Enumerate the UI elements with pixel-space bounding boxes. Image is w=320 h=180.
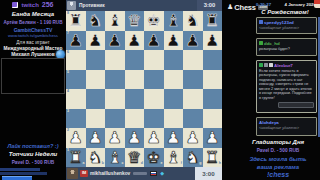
chat-username[interactable]: Alohdeya	[259, 120, 279, 125]
white-knight: ♞	[183, 148, 203, 168]
square-a5[interactable]: 5	[66, 70, 86, 90]
square-b2[interactable]: ♟	[86, 128, 106, 148]
week-tops-title: Топчики Недели	[0, 151, 66, 157]
stream-time-row: 0:30:27 4 January 2020	[256, 2, 316, 7]
black-pawn: ♟	[66, 31, 86, 51]
chat-username[interactable]: Alexbur7	[274, 63, 293, 68]
white-rook: ♜	[66, 148, 86, 168]
rank-label: 4	[67, 90, 69, 94]
black-pawn: ♟	[164, 31, 184, 51]
diamond-membership-icon: ◆	[160, 171, 164, 176]
square-c8[interactable]: ♝	[105, 11, 125, 31]
black-pawn: ♟	[125, 31, 145, 51]
black-king: ♚	[144, 11, 164, 31]
square-c1[interactable]: c♝	[105, 148, 125, 168]
band-of-month-title: Банда Месяца	[0, 11, 66, 17]
square-f1[interactable]: f♝	[164, 148, 184, 168]
channel-name: GambitChessTV	[0, 27, 66, 33]
white-king: ♚	[144, 148, 164, 168]
im-title-badge: IM	[80, 170, 88, 177]
white-rook: ♜	[203, 148, 223, 168]
square-e1[interactable]: e♚	[144, 148, 164, 168]
opponent-name: Противник	[79, 3, 105, 8]
white-pawn: ♟	[164, 128, 184, 148]
white-pawn: ♟	[125, 128, 145, 148]
white-queen: ♛	[125, 148, 145, 168]
square-d3[interactable]	[125, 109, 145, 129]
christmas-greeting: С Рождеством!	[252, 9, 318, 15]
square-g1[interactable]: g♞	[183, 148, 203, 168]
left-overlay-panel: twitch 256 Банда Месяца Артём Белкин - 1…	[0, 0, 66, 180]
black-rook: ♜	[66, 11, 86, 31]
white-pawn: ♟	[86, 128, 106, 148]
square-c2[interactable]: ♟	[105, 128, 125, 148]
black-bishop: ♝	[164, 11, 184, 31]
square-h6[interactable]	[203, 50, 223, 70]
black-knight: ♞	[86, 11, 106, 31]
like-prompt: Лайк поставил? :)	[0, 143, 66, 149]
square-h4[interactable]	[203, 89, 223, 109]
gladiators-title: Гладиаторы Дня	[236, 139, 320, 145]
square-h7[interactable]: ♟	[203, 31, 223, 51]
square-g4[interactable]	[183, 89, 203, 109]
square-a3[interactable]: 3	[66, 109, 86, 129]
chat-message-header: speedyy123zd	[259, 20, 314, 25]
week-tops-entry: Pavel D. - 500 RUB	[0, 160, 66, 165]
square-h8[interactable]: ♜	[203, 11, 223, 31]
black-queen: ♛	[125, 11, 145, 31]
square-e5[interactable]	[144, 70, 164, 90]
square-f8[interactable]: ♝	[164, 11, 184, 31]
square-b6[interactable]	[86, 50, 106, 70]
square-a8[interactable]: 8♜	[66, 11, 86, 31]
viewer-count: 256	[42, 1, 54, 8]
chat-message-text: розыгрыш будет?	[259, 47, 314, 52]
right-overlay-panel: ♟ Chess .com 0:30:27 4 January 2020 С Ро…	[222, 0, 320, 180]
opponent-avatar	[67, 1, 76, 10]
viewer-count-row: twitch 256	[0, 1, 66, 8]
twitch-wordmark: twitch	[21, 2, 38, 8]
square-g8[interactable]: ♞	[183, 11, 203, 31]
square-h2[interactable]: ♟	[203, 128, 223, 148]
square-a4[interactable]: 4	[66, 89, 86, 109]
square-d8[interactable]: ♛	[125, 11, 145, 31]
square-g2[interactable]: ♟	[183, 128, 203, 148]
white-pawn: ♟	[66, 128, 86, 148]
chat-message-text: Если хотите попасть в розыгрыш, нужно оф…	[259, 69, 314, 101]
square-c4[interactable]	[105, 89, 125, 109]
square-c7[interactable]: ♟	[105, 31, 125, 51]
black-pawn: ♟	[183, 31, 203, 51]
square-h1[interactable]: h♜	[203, 148, 223, 168]
square-f3[interactable]	[164, 109, 184, 129]
square-a7[interactable]: 7♟	[66, 31, 86, 51]
square-e3[interactable]	[144, 109, 164, 129]
square-d4[interactable]	[125, 89, 145, 109]
chess-game-area: Противник 3:00 8♜♞♝♛♚♝♞♜7♟♟♟♟♟♟♟♟65432♟♟…	[66, 0, 222, 180]
ad-placeholder-line2: ваша реклама	[236, 164, 320, 170]
square-b7[interactable]: ♟	[86, 31, 106, 51]
white-pawn: ♟	[105, 128, 125, 148]
square-d2[interactable]: ♟	[125, 128, 145, 148]
white-pawn: ♟	[144, 128, 164, 148]
rank-label: 5	[67, 71, 69, 75]
chat-username[interactable]: ddc_hd	[264, 41, 280, 46]
chat-message-header: Alohdeya	[259, 120, 314, 125]
chess-board: 8♜♞♝♛♚♝♞♜7♟♟♟♟♟♟♟♟65432♟♟♟♟♟♟♟♟1a♜b♞c♝d♛…	[66, 11, 222, 167]
chat-badge-icon	[259, 41, 263, 45]
white-pawn: ♟	[203, 128, 223, 148]
square-d6[interactable]	[125, 50, 145, 70]
player-name: mikhaillushenkov	[90, 171, 130, 176]
square-e6[interactable]	[144, 50, 164, 70]
alert-overlay-text-line	[0, 172, 47, 175]
square-b4[interactable]	[86, 89, 106, 109]
rank-label: 6	[67, 51, 69, 55]
chat-message: Alohdeya<сообщение удалено>	[256, 117, 317, 136]
band-of-month-entry: Артём Белкин - 1 190 RUB	[0, 20, 66, 25]
chat-message-text: <сообщение удалено>	[259, 126, 314, 131]
chat-message-text: <сообщение удалено>	[259, 26, 314, 31]
chat-message: speedyy123zd<сообщение удалено>	[256, 17, 317, 34]
square-d7[interactable]: ♟	[125, 31, 145, 51]
square-c5[interactable]	[105, 70, 125, 90]
chat-message-header: Alexbur7	[259, 63, 314, 68]
square-h3[interactable]	[203, 109, 223, 129]
square-f6[interactable]	[164, 50, 184, 70]
chat-badge-icon	[259, 20, 263, 24]
gladiators-entry: Pavel D. - 500 RUB	[236, 148, 320, 153]
player-clock: 3:00	[195, 167, 222, 180]
square-b1[interactable]: b♞	[86, 148, 106, 168]
square-e8[interactable]: ♚	[144, 11, 164, 31]
webcam-frame	[1, 58, 65, 94]
player-bar: IM mikhaillushenkov ◆ 3:00	[66, 167, 222, 180]
square-e4[interactable]	[144, 89, 164, 109]
black-knight: ♞	[183, 11, 203, 31]
plays-for-you-line: Для вас играет	[0, 40, 66, 45]
stream-timer: 0:30:27	[256, 2, 271, 7]
black-rook: ♜	[203, 11, 223, 31]
alert-overlay-highlight	[2, 176, 32, 180]
square-c3[interactable]	[105, 109, 125, 129]
player-rating	[133, 172, 147, 175]
ad-placeholder-line1: Здесь могла быть	[236, 156, 320, 162]
opponent-clock: 3:00	[197, 0, 222, 11]
streamer-title-line: Международный Мастер	[0, 46, 66, 51]
square-f5[interactable]	[164, 70, 184, 90]
square-a1[interactable]: 1a♜	[66, 148, 86, 168]
square-a2[interactable]: 2♟	[66, 128, 86, 148]
square-e2[interactable]: ♟	[144, 128, 164, 148]
square-b5[interactable]	[86, 70, 106, 90]
white-knight: ♞	[86, 148, 106, 168]
square-f2[interactable]: ♟	[164, 128, 184, 148]
square-g3[interactable]	[183, 109, 203, 129]
chat-message-footer-chip	[278, 102, 314, 108]
player-avatar	[67, 168, 78, 179]
square-e7[interactable]: ♟	[144, 31, 164, 51]
square-f4[interactable]	[164, 89, 184, 109]
chat-command: !chess	[236, 171, 320, 178]
black-bishop: ♝	[105, 11, 125, 31]
twitch-icon	[12, 2, 18, 8]
square-h5[interactable]	[203, 70, 223, 90]
chat-message: ddc_hdрозыгрыш будет?	[256, 38, 317, 56]
white-pawn: ♟	[183, 128, 203, 148]
stream-screenshot: twitch 256 Банда Месяца Артём Белкин - 1…	[0, 0, 320, 180]
white-bishop: ♝	[105, 148, 125, 168]
pawn-logo-icon: ♟	[227, 4, 233, 11]
square-g7[interactable]: ♟	[183, 31, 203, 51]
stream-date: 4 January 2020	[285, 2, 317, 7]
alert-overlay-text-line	[0, 168, 40, 171]
chat-badge-icon	[269, 63, 273, 67]
black-pawn: ♟	[86, 31, 106, 51]
chat-badge-icon	[259, 63, 263, 67]
square-f7[interactable]: ♟	[164, 31, 184, 51]
russia-flag-icon	[150, 171, 157, 177]
square-d5[interactable]	[125, 70, 145, 90]
square-d1[interactable]: d♛	[125, 148, 145, 168]
rank-label: 3	[67, 110, 69, 114]
channel-url: www.twitch.tv/gambitchess	[0, 33, 66, 38]
chat-badge-icon	[264, 63, 268, 67]
chat-message: Alexbur7Если хотите попасть в розыгрыш, …	[256, 60, 317, 113]
black-pawn: ♟	[203, 31, 223, 51]
white-bishop: ♝	[164, 148, 184, 168]
santa-emote-icon	[314, 0, 320, 8]
chat-message-header: ddc_hd	[259, 41, 314, 46]
black-pawn: ♟	[105, 31, 125, 51]
square-c6[interactable]	[105, 50, 125, 70]
square-g5[interactable]	[183, 70, 203, 90]
square-b3[interactable]	[86, 109, 106, 129]
square-g6[interactable]	[183, 50, 203, 70]
square-a6[interactable]: 6	[66, 50, 86, 70]
black-pawn: ♟	[144, 31, 164, 51]
chat-username[interactable]: speedyy123zd	[264, 20, 294, 25]
square-b8[interactable]: ♞	[86, 11, 106, 31]
opponent-bar: Противник 3:00	[66, 0, 222, 11]
